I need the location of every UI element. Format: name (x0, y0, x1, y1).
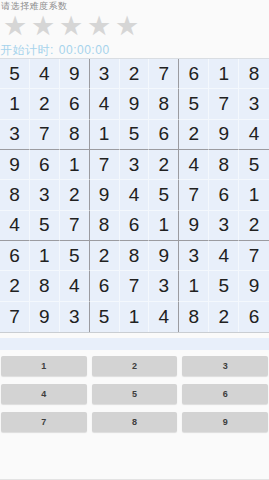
sudoku-cell-r9c7[interactable]: 8 (179, 302, 209, 332)
timer-value: 00:00:00 (59, 43, 110, 57)
sudoku-cell-r3c9[interactable]: 4 (239, 120, 269, 150)
star-icon[interactable]: ★ (57, 13, 85, 40)
keypad-button-1[interactable]: 1 (1, 356, 87, 376)
sudoku-cell-r4c8[interactable]: 8 (209, 150, 239, 180)
sudoku-cell-r5c1[interactable]: 8 (0, 180, 30, 210)
sudoku-cell-r9c1[interactable]: 7 (0, 302, 30, 332)
sudoku-cell-r7c6[interactable]: 9 (149, 241, 179, 271)
sudoku-cell-r1c5[interactable]: 2 (120, 59, 150, 89)
sudoku-cell-r2c9[interactable]: 3 (239, 89, 269, 119)
keypad-button-7[interactable]: 7 (1, 412, 87, 432)
sudoku-cell-r1c3[interactable]: 9 (60, 59, 90, 89)
sudoku-cell-r5c9[interactable]: 1 (239, 180, 269, 210)
sudoku-cell-r4c4[interactable]: 7 (90, 150, 120, 180)
sudoku-cell-r6c9[interactable]: 2 (239, 211, 269, 241)
sudoku-cell-r9c4[interactable]: 5 (90, 302, 120, 332)
sudoku-cell-r5c8[interactable]: 6 (209, 180, 239, 210)
sudoku-cell-r5c5[interactable]: 4 (120, 180, 150, 210)
sudoku-cell-r2c7[interactable]: 5 (179, 89, 209, 119)
sudoku-cell-r7c5[interactable]: 8 (120, 241, 150, 271)
sudoku-cell-r8c9[interactable]: 9 (239, 271, 269, 301)
star-icon[interactable]: ★ (1, 13, 29, 40)
sudoku-cell-r3c3[interactable]: 8 (60, 120, 90, 150)
sudoku-cell-r1c2[interactable]: 4 (30, 59, 60, 89)
sudoku-cell-r3c5[interactable]: 5 (120, 120, 150, 150)
sudoku-cell-r2c8[interactable]: 7 (209, 89, 239, 119)
keypad-button-3[interactable]: 3 (182, 356, 268, 376)
sudoku-cell-r2c1[interactable]: 1 (0, 89, 30, 119)
sudoku-cell-r3c4[interactable]: 1 (90, 120, 120, 150)
sudoku-cell-r4c5[interactable]: 3 (120, 150, 150, 180)
sudoku-cell-r5c3[interactable]: 2 (60, 180, 90, 210)
star-icon[interactable]: ★ (85, 13, 113, 40)
sudoku-cell-r3c7[interactable]: 2 (179, 120, 209, 150)
sudoku-cell-r6c2[interactable]: 5 (30, 211, 60, 241)
sudoku-cell-r5c6[interactable]: 5 (149, 180, 179, 210)
sudoku-cell-r6c3[interactable]: 7 (60, 211, 90, 241)
sudoku-cell-r7c3[interactable]: 5 (60, 241, 90, 271)
sudoku-cell-r5c2[interactable]: 3 (30, 180, 60, 210)
sudoku-cell-r6c8[interactable]: 3 (209, 211, 239, 241)
sudoku-cell-r1c8[interactable]: 1 (209, 59, 239, 89)
difficulty-star-rating: ★ ★ ★ ★ ★ (0, 11, 269, 42)
sudoku-cell-r8c4[interactable]: 6 (90, 271, 120, 301)
sudoku-cell-r7c4[interactable]: 2 (90, 241, 120, 271)
keypad-button-4[interactable]: 4 (1, 384, 87, 404)
sudoku-cell-r4c7[interactable]: 4 (179, 150, 209, 180)
sudoku-cell-r3c8[interactable]: 9 (209, 120, 239, 150)
keypad-button-8[interactable]: 8 (92, 412, 178, 432)
sudoku-cell-r5c7[interactable]: 7 (179, 180, 209, 210)
sudoku-cell-r8c1[interactable]: 2 (0, 271, 30, 301)
grid-footer-strip (0, 338, 269, 350)
sudoku-cell-r9c6[interactable]: 4 (149, 302, 179, 332)
keypad-button-6[interactable]: 6 (182, 384, 268, 404)
sudoku-cell-r1c4[interactable]: 3 (90, 59, 120, 89)
sudoku-cell-r8c7[interactable]: 1 (179, 271, 209, 301)
sudoku-cell-r2c6[interactable]: 8 (149, 89, 179, 119)
sudoku-cell-r6c7[interactable]: 9 (179, 211, 209, 241)
sudoku-cell-r9c3[interactable]: 3 (60, 302, 90, 332)
sudoku-cell-r8c2[interactable]: 8 (30, 271, 60, 301)
sudoku-cell-r8c5[interactable]: 7 (120, 271, 150, 301)
sudoku-cell-r8c6[interactable]: 3 (149, 271, 179, 301)
sudoku-cell-r4c6[interactable]: 2 (149, 150, 179, 180)
sudoku-cell-r7c1[interactable]: 6 (0, 241, 30, 271)
star-icon[interactable]: ★ (113, 13, 141, 40)
sudoku-cell-r1c7[interactable]: 6 (179, 59, 209, 89)
sudoku-cell-r4c1[interactable]: 9 (0, 150, 30, 180)
sudoku-cell-r1c6[interactable]: 7 (149, 59, 179, 89)
sudoku-cell-r9c9[interactable]: 6 (239, 302, 269, 332)
timer-row[interactable]: 开始计时: 00:00:00 (0, 42, 269, 58)
sudoku-cell-r7c8[interactable]: 4 (209, 241, 239, 271)
sudoku-cell-r9c8[interactable]: 2 (209, 302, 239, 332)
sudoku-cell-r3c1[interactable]: 3 (0, 120, 30, 150)
sudoku-cell-r6c4[interactable]: 8 (90, 211, 120, 241)
sudoku-cell-r3c2[interactable]: 7 (30, 120, 60, 150)
sudoku-cell-r3c6[interactable]: 6 (149, 120, 179, 150)
sudoku-cell-r7c9[interactable]: 7 (239, 241, 269, 271)
sudoku-cell-r6c5[interactable]: 6 (120, 211, 150, 241)
sudoku-cell-r1c1[interactable]: 5 (0, 59, 30, 89)
sudoku-cell-r2c3[interactable]: 6 (60, 89, 90, 119)
sudoku-cell-r2c4[interactable]: 4 (90, 89, 120, 119)
sudoku-cell-r4c2[interactable]: 6 (30, 150, 60, 180)
keypad-button-9[interactable]: 9 (182, 412, 268, 432)
sudoku-cell-r8c3[interactable]: 4 (60, 271, 90, 301)
start-timer-label[interactable]: 开始计时: (0, 42, 54, 59)
number-keypad: 1 2 3 4 5 6 7 8 9 (0, 356, 269, 432)
sudoku-cell-r2c5[interactable]: 9 (120, 89, 150, 119)
sudoku-cell-r4c3[interactable]: 1 (60, 150, 90, 180)
sudoku-cell-r2c2[interactable]: 2 (30, 89, 60, 119)
sudoku-cell-r6c1[interactable]: 4 (0, 211, 30, 241)
sudoku-cell-r8c8[interactable]: 5 (209, 271, 239, 301)
sudoku-cell-r6c6[interactable]: 1 (149, 211, 179, 241)
keypad-button-5[interactable]: 5 (92, 384, 178, 404)
difficulty-title: 请选择难度系数 (0, 1, 269, 11)
star-icon[interactable]: ★ (29, 13, 57, 40)
keypad-button-2[interactable]: 2 (92, 356, 178, 376)
sudoku-cell-r1c9[interactable]: 8 (239, 59, 269, 89)
sudoku-cell-r9c2[interactable]: 9 (30, 302, 60, 332)
sudoku-cell-r7c2[interactable]: 1 (30, 241, 60, 271)
sudoku-cell-r4c9[interactable]: 5 (239, 150, 269, 180)
sudoku-grid: 5493276181264985733781562949617324858329… (0, 58, 269, 333)
sudoku-cell-r5c4[interactable]: 9 (90, 180, 120, 210)
sudoku-cell-r7c7[interactable]: 3 (179, 241, 209, 271)
sudoku-cell-r9c5[interactable]: 1 (120, 302, 150, 332)
header: 请选择难度系数 ★ ★ ★ ★ ★ 开始计时: 00:00:00 (0, 0, 269, 58)
